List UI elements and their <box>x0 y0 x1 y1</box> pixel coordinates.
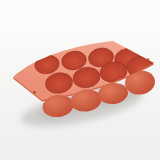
mold-photo-canvas <box>0 0 160 160</box>
hang-hole <box>147 58 149 60</box>
product-photo <box>0 0 160 160</box>
hang-hole <box>33 91 36 94</box>
